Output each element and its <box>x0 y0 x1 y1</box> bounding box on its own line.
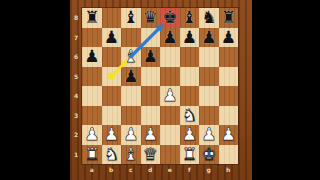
square-a8[interactable]: ♜ <box>82 8 102 28</box>
piece-white-rook[interactable]: ♜ <box>84 145 99 165</box>
square-e1[interactable] <box>160 145 180 165</box>
square-g4[interactable] <box>199 86 219 106</box>
piece-white-bishop[interactable]: ♝ <box>123 47 138 67</box>
piece-white-pawn[interactable]: ♟ <box>182 125 197 145</box>
square-f2[interactable]: ♟ <box>180 125 200 145</box>
square-d3[interactable] <box>141 106 161 126</box>
square-f8[interactable]: ♝ <box>180 8 200 28</box>
file-label-a: a <box>82 164 102 180</box>
rank-label-4: 4 <box>70 86 82 106</box>
square-b2[interactable]: ♟ <box>102 125 122 145</box>
piece-black-pawn[interactable]: ♟ <box>104 28 119 48</box>
rank-label-8: 8 <box>70 8 82 28</box>
square-a3[interactable] <box>82 106 102 126</box>
square-g1[interactable]: ♚ <box>199 145 219 165</box>
square-b5[interactable] <box>102 67 122 87</box>
piece-black-pawn[interactable]: ♟ <box>221 28 236 48</box>
square-b3[interactable] <box>102 106 122 126</box>
square-h3[interactable] <box>219 106 239 126</box>
square-d2[interactable]: ♟ <box>141 125 161 145</box>
square-d7[interactable] <box>141 28 161 48</box>
piece-black-pawn[interactable]: ♟ <box>143 47 158 67</box>
square-g5[interactable] <box>199 67 219 87</box>
square-b7[interactable]: ♟ <box>102 28 122 48</box>
rank-label-6: 6 <box>70 47 82 67</box>
square-c7[interactable] <box>121 28 141 48</box>
square-d1[interactable]: ♛ <box>141 145 161 165</box>
piece-white-pawn[interactable]: ♟ <box>201 125 216 145</box>
file-label-e: e <box>160 164 180 180</box>
piece-white-knight[interactable]: ♞ <box>104 145 119 165</box>
piece-black-rook[interactable]: ♜ <box>221 8 236 28</box>
piece-black-knight[interactable]: ♞ <box>201 8 216 28</box>
square-b8[interactable] <box>102 8 122 28</box>
file-label-h: h <box>219 164 239 180</box>
square-g2[interactable]: ♟ <box>199 125 219 145</box>
square-f4[interactable] <box>180 86 200 106</box>
square-h4[interactable] <box>219 86 239 106</box>
square-e5[interactable] <box>160 67 180 87</box>
piece-black-pawn[interactable]: ♟ <box>84 47 99 67</box>
piece-black-pawn[interactable]: ♟ <box>201 28 216 48</box>
file-label-b: b <box>102 164 122 180</box>
rank-label-3: 3 <box>70 106 82 126</box>
square-h5[interactable] <box>219 67 239 87</box>
board-frame: 87654321 ♜♝♛♚♝♞♜♟♟♟♟♟♟♝♟♟♟♞♟♟♟♟♟♟♟♜♞♝♛♜♚… <box>70 0 252 180</box>
file-label-c: c <box>121 164 141 180</box>
square-a1[interactable]: ♜ <box>82 145 102 165</box>
square-h8[interactable]: ♜ <box>219 8 239 28</box>
square-d5[interactable] <box>141 67 161 87</box>
square-g8[interactable]: ♞ <box>199 8 219 28</box>
piece-black-queen[interactable]: ♛ <box>143 8 158 28</box>
piece-white-pawn[interactable]: ♟ <box>84 125 99 145</box>
piece-black-rook[interactable]: ♜ <box>84 8 99 28</box>
square-e6[interactable] <box>160 47 180 67</box>
rank-label-7: 7 <box>70 28 82 48</box>
piece-black-pawn[interactable]: ♟ <box>182 28 197 48</box>
square-e2[interactable] <box>160 125 180 145</box>
piece-black-bishop[interactable]: ♝ <box>182 8 197 28</box>
file-label-d: d <box>141 164 161 180</box>
square-f1[interactable]: ♜ <box>180 145 200 165</box>
piece-black-pawn[interactable]: ♟ <box>162 28 177 48</box>
square-c4[interactable] <box>121 86 141 106</box>
square-b6[interactable] <box>102 47 122 67</box>
piece-white-knight[interactable]: ♞ <box>182 106 197 126</box>
rank-labels: 87654321 <box>70 8 82 164</box>
square-d8[interactable]: ♛ <box>141 8 161 28</box>
square-d4[interactable] <box>141 86 161 106</box>
square-a5[interactable] <box>82 67 102 87</box>
square-c3[interactable] <box>121 106 141 126</box>
rank-label-1: 1 <box>70 145 82 165</box>
square-e7[interactable]: ♟ <box>160 28 180 48</box>
piece-white-queen[interactable]: ♛ <box>143 145 158 165</box>
square-f7[interactable]: ♟ <box>180 28 200 48</box>
square-a2[interactable]: ♟ <box>82 125 102 145</box>
square-e8[interactable]: ♚ <box>160 8 180 28</box>
rank-label-5: 5 <box>70 67 82 87</box>
piece-black-bishop[interactable]: ♝ <box>123 8 138 28</box>
square-f3[interactable]: ♞ <box>180 106 200 126</box>
square-e3[interactable] <box>160 106 180 126</box>
piece-black-king[interactable]: ♚ <box>162 8 177 28</box>
rank-label-2: 2 <box>70 125 82 145</box>
piece-white-pawn[interactable]: ♟ <box>143 125 158 145</box>
piece-white-king[interactable]: ♚ <box>201 145 216 165</box>
square-e4[interactable]: ♟ <box>160 86 180 106</box>
square-c8[interactable]: ♝ <box>121 8 141 28</box>
square-a7[interactable] <box>82 28 102 48</box>
square-g7[interactable]: ♟ <box>199 28 219 48</box>
square-f5[interactable] <box>180 67 200 87</box>
file-label-g: g <box>199 164 219 180</box>
square-c6[interactable]: ♝ <box>121 47 141 67</box>
square-h2[interactable]: ♟ <box>219 125 239 145</box>
square-a6[interactable]: ♟ <box>82 47 102 67</box>
square-d6[interactable]: ♟ <box>141 47 161 67</box>
square-b4[interactable] <box>102 86 122 106</box>
square-b1[interactable]: ♞ <box>102 145 122 165</box>
piece-white-rook[interactable]: ♜ <box>182 145 197 165</box>
square-a4[interactable] <box>82 86 102 106</box>
piece-white-pawn[interactable]: ♟ <box>123 125 138 145</box>
square-f6[interactable] <box>180 47 200 67</box>
piece-white-pawn[interactable]: ♟ <box>221 125 236 145</box>
square-h6[interactable] <box>219 47 239 67</box>
file-labels: abcdefgh <box>82 164 238 180</box>
piece-white-pawn[interactable]: ♟ <box>162 86 177 106</box>
piece-black-pawn[interactable]: ♟ <box>123 67 138 87</box>
square-g3[interactable] <box>199 106 219 126</box>
square-c1[interactable]: ♝ <box>121 145 141 165</box>
square-c5[interactable]: ♟ <box>121 67 141 87</box>
piece-white-pawn[interactable]: ♟ <box>104 125 119 145</box>
square-h1[interactable] <box>219 145 239 165</box>
piece-white-bishop[interactable]: ♝ <box>123 145 138 165</box>
square-c2[interactable]: ♟ <box>121 125 141 145</box>
square-h7[interactable]: ♟ <box>219 28 239 48</box>
chess-board[interactable]: ♜♝♛♚♝♞♜♟♟♟♟♟♟♝♟♟♟♞♟♟♟♟♟♟♟♜♞♝♛♜♚ <box>82 8 238 164</box>
square-g6[interactable] <box>199 47 219 67</box>
file-label-f: f <box>180 164 200 180</box>
